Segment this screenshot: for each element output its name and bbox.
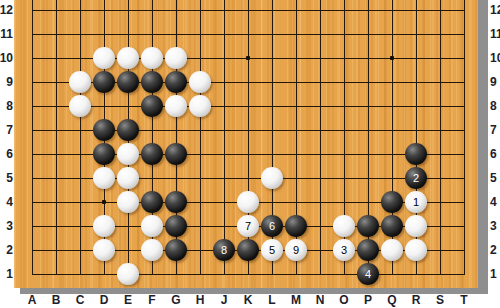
intersection-J6[interactable] <box>212 142 236 166</box>
intersection-G8[interactable] <box>164 94 188 118</box>
intersection-G4[interactable] <box>164 190 188 214</box>
intersection-P1[interactable]: 4 <box>356 262 380 286</box>
intersection-M2[interactable]: 9 <box>284 238 308 262</box>
intersection-S11[interactable] <box>428 22 452 46</box>
intersection-A5[interactable] <box>20 166 44 190</box>
intersection-G2[interactable] <box>164 238 188 262</box>
intersection-A1[interactable] <box>20 262 44 286</box>
intersection-L9[interactable] <box>260 70 284 94</box>
intersection-E9[interactable] <box>116 70 140 94</box>
intersection-O7[interactable] <box>332 118 356 142</box>
stone-white-O2: 3 <box>333 239 355 261</box>
intersection-O11[interactable] <box>332 22 356 46</box>
intersection-K11[interactable] <box>236 22 260 46</box>
intersection-S9[interactable] <box>428 70 452 94</box>
intersection-T1[interactable] <box>452 262 476 286</box>
intersection-A7[interactable] <box>20 118 44 142</box>
intersection-R4[interactable]: 1 <box>404 190 428 214</box>
intersection-S8[interactable] <box>428 94 452 118</box>
intersection-R1[interactable] <box>404 262 428 286</box>
stone-black-F6 <box>141 143 163 165</box>
intersection-E1[interactable] <box>116 262 140 286</box>
intersection-O1[interactable] <box>332 262 356 286</box>
star-point-K10 <box>246 56 250 60</box>
intersection-C5[interactable] <box>68 166 92 190</box>
intersection-K12[interactable] <box>236 0 260 22</box>
intersection-G10[interactable] <box>164 46 188 70</box>
intersection-K10[interactable] <box>236 46 260 70</box>
intersection-F12[interactable] <box>140 0 164 22</box>
intersection-M5[interactable] <box>284 166 308 190</box>
intersection-Q12[interactable] <box>380 0 404 22</box>
intersection-O6[interactable] <box>332 142 356 166</box>
stone-white-K3: 7 <box>237 215 259 237</box>
stone-white-F3 <box>141 215 163 237</box>
stone-white-H8 <box>189 95 211 117</box>
intersection-Q10[interactable] <box>380 46 404 70</box>
intersection-F7[interactable] <box>140 118 164 142</box>
intersection-J11[interactable] <box>212 22 236 46</box>
intersection-K9[interactable] <box>236 70 260 94</box>
intersection-Q1[interactable] <box>380 262 404 286</box>
intersection-K8[interactable] <box>236 94 260 118</box>
intersection-D10[interactable] <box>92 46 116 70</box>
stone-black-G4 <box>165 191 187 213</box>
intersection-M10[interactable] <box>284 46 308 70</box>
intersection-E11[interactable] <box>116 22 140 46</box>
row-label-right-8: 8 <box>490 99 500 113</box>
intersection-K6[interactable] <box>236 142 260 166</box>
intersection-T10[interactable] <box>452 46 476 70</box>
intersection-G11[interactable] <box>164 22 188 46</box>
intersection-R2[interactable] <box>404 238 428 262</box>
intersection-S1[interactable] <box>428 262 452 286</box>
intersection-H1[interactable] <box>188 262 212 286</box>
intersection-K2[interactable] <box>236 238 260 262</box>
intersection-C1[interactable] <box>68 262 92 286</box>
intersection-A4[interactable] <box>20 190 44 214</box>
intersection-A12[interactable] <box>20 0 44 22</box>
intersection-H11[interactable] <box>188 22 212 46</box>
intersection-G9[interactable] <box>164 70 188 94</box>
intersection-Q3[interactable] <box>380 214 404 238</box>
stone-black-G3 <box>165 215 187 237</box>
intersection-R8[interactable] <box>404 94 428 118</box>
intersection-F9[interactable] <box>140 70 164 94</box>
intersection-C8[interactable] <box>68 94 92 118</box>
intersection-T12[interactable] <box>452 0 476 22</box>
intersection-N12[interactable] <box>308 0 332 22</box>
row-label-left-1: 1 <box>0 267 13 281</box>
intersection-E7[interactable] <box>116 118 140 142</box>
intersection-F10[interactable] <box>140 46 164 70</box>
intersection-R6[interactable] <box>404 142 428 166</box>
stone-white-Q2 <box>381 239 403 261</box>
board-grid: 217685934 <box>20 0 476 286</box>
intersection-K7[interactable] <box>236 118 260 142</box>
stone-black-D6 <box>93 143 115 165</box>
intersection-N6[interactable] <box>308 142 332 166</box>
stone-white-G8 <box>165 95 187 117</box>
intersection-O4[interactable] <box>332 190 356 214</box>
intersection-O9[interactable] <box>332 70 356 94</box>
row-label-left-4: 4 <box>0 195 13 209</box>
intersection-J4[interactable] <box>212 190 236 214</box>
intersection-F4[interactable] <box>140 190 164 214</box>
intersection-B2[interactable] <box>44 238 68 262</box>
intersection-Q9[interactable] <box>380 70 404 94</box>
intersection-H5[interactable] <box>188 166 212 190</box>
intersection-C10[interactable] <box>68 46 92 70</box>
intersection-T11[interactable] <box>452 22 476 46</box>
stone-black-G9 <box>165 71 187 93</box>
row-label-right-4: 4 <box>490 195 500 209</box>
intersection-A10[interactable] <box>20 46 44 70</box>
col-label-C: C <box>72 293 88 307</box>
intersection-J5[interactable] <box>212 166 236 190</box>
intersection-N11[interactable] <box>308 22 332 46</box>
intersection-H6[interactable] <box>188 142 212 166</box>
intersection-E12[interactable] <box>116 0 140 22</box>
intersection-R3[interactable] <box>404 214 428 238</box>
intersection-Q6[interactable] <box>380 142 404 166</box>
intersection-S10[interactable] <box>428 46 452 70</box>
intersection-F3[interactable] <box>140 214 164 238</box>
intersection-M1[interactable] <box>284 262 308 286</box>
go-diagram: 217685934 121211111010998877665544332211… <box>0 0 500 308</box>
intersection-T3[interactable] <box>452 214 476 238</box>
intersection-M7[interactable] <box>284 118 308 142</box>
intersection-T2[interactable] <box>452 238 476 262</box>
intersection-P3[interactable] <box>356 214 380 238</box>
row-label-right-7: 7 <box>490 123 500 137</box>
intersection-B4[interactable] <box>44 190 68 214</box>
intersection-P7[interactable] <box>356 118 380 142</box>
intersection-H3[interactable] <box>188 214 212 238</box>
intersection-J1[interactable] <box>212 262 236 286</box>
intersection-N3[interactable] <box>308 214 332 238</box>
intersection-L11[interactable] <box>260 22 284 46</box>
intersection-H2[interactable] <box>188 238 212 262</box>
intersection-P11[interactable] <box>356 22 380 46</box>
intersection-Q8[interactable] <box>380 94 404 118</box>
intersection-A8[interactable] <box>20 94 44 118</box>
intersection-A2[interactable] <box>20 238 44 262</box>
stone-white-C9 <box>69 71 91 93</box>
stone-black-Q3 <box>381 215 403 237</box>
intersection-F2[interactable] <box>140 238 164 262</box>
intersection-K5[interactable] <box>236 166 260 190</box>
intersection-C12[interactable] <box>68 0 92 22</box>
intersection-R7[interactable] <box>404 118 428 142</box>
intersection-P5[interactable] <box>356 166 380 190</box>
intersection-A11[interactable] <box>20 22 44 46</box>
col-label-P: P <box>360 293 376 307</box>
intersection-T6[interactable] <box>452 142 476 166</box>
intersection-C11[interactable] <box>68 22 92 46</box>
col-label-B: B <box>48 293 64 307</box>
stone-white-K4 <box>237 191 259 213</box>
intersection-T8[interactable] <box>452 94 476 118</box>
intersection-P4[interactable] <box>356 190 380 214</box>
intersection-G1[interactable] <box>164 262 188 286</box>
intersection-Q5[interactable] <box>380 166 404 190</box>
col-label-R: R <box>408 293 424 307</box>
intersection-G12[interactable] <box>164 0 188 22</box>
intersection-C9[interactable] <box>68 70 92 94</box>
col-label-M: M <box>288 293 304 307</box>
intersection-L1[interactable] <box>260 262 284 286</box>
col-label-H: H <box>192 293 208 307</box>
stone-black-F4 <box>141 191 163 213</box>
row-label-right-6: 6 <box>490 147 500 161</box>
move-number-label: 6 <box>261 215 283 237</box>
intersection-P8[interactable] <box>356 94 380 118</box>
stone-black-F9 <box>141 71 163 93</box>
intersection-C4[interactable] <box>68 190 92 214</box>
intersection-S12[interactable] <box>428 0 452 22</box>
intersection-F11[interactable] <box>140 22 164 46</box>
intersection-L6[interactable] <box>260 142 284 166</box>
intersection-B1[interactable] <box>44 262 68 286</box>
intersection-E10[interactable] <box>116 46 140 70</box>
intersection-T7[interactable] <box>452 118 476 142</box>
intersection-C3[interactable] <box>68 214 92 238</box>
intersection-L3[interactable]: 6 <box>260 214 284 238</box>
stone-white-F2 <box>141 239 163 261</box>
intersection-C2[interactable] <box>68 238 92 262</box>
move-number-label: 3 <box>333 239 355 261</box>
intersection-S2[interactable] <box>428 238 452 262</box>
intersection-M4[interactable] <box>284 190 308 214</box>
stone-black-P2 <box>357 239 379 261</box>
row-label-left-10: 10 <box>0 51 13 65</box>
intersection-Q11[interactable] <box>380 22 404 46</box>
intersection-N10[interactable] <box>308 46 332 70</box>
intersection-J10[interactable] <box>212 46 236 70</box>
intersection-G7[interactable] <box>164 118 188 142</box>
intersection-O2[interactable]: 3 <box>332 238 356 262</box>
intersection-O3[interactable] <box>332 214 356 238</box>
move-number-label: 7 <box>237 215 259 237</box>
row-label-left-2: 2 <box>0 243 13 257</box>
row-label-right-12: 12 <box>490 3 500 17</box>
intersection-O10[interactable] <box>332 46 356 70</box>
intersection-H7[interactable] <box>188 118 212 142</box>
intersection-D2[interactable] <box>92 238 116 262</box>
intersection-K1[interactable] <box>236 262 260 286</box>
intersection-K3[interactable]: 7 <box>236 214 260 238</box>
row-label-right-2: 2 <box>490 243 500 257</box>
intersection-L2[interactable]: 5 <box>260 238 284 262</box>
intersection-C6[interactable] <box>68 142 92 166</box>
intersection-D4[interactable] <box>92 190 116 214</box>
intersection-M9[interactable] <box>284 70 308 94</box>
intersection-L8[interactable] <box>260 94 284 118</box>
intersection-F1[interactable] <box>140 262 164 286</box>
intersection-G3[interactable] <box>164 214 188 238</box>
intersection-R5[interactable]: 2 <box>404 166 428 190</box>
col-label-F: F <box>144 293 160 307</box>
stone-white-D5 <box>93 167 115 189</box>
intersection-B10[interactable] <box>44 46 68 70</box>
stone-black-L3: 6 <box>261 215 283 237</box>
intersection-P10[interactable] <box>356 46 380 70</box>
intersection-J7[interactable] <box>212 118 236 142</box>
intersection-T4[interactable] <box>452 190 476 214</box>
row-label-left-5: 5 <box>0 171 13 185</box>
stone-black-R5: 2 <box>405 167 427 189</box>
col-label-A: A <box>24 293 40 307</box>
intersection-P12[interactable] <box>356 0 380 22</box>
intersection-F5[interactable] <box>140 166 164 190</box>
intersection-B6[interactable] <box>44 142 68 166</box>
intersection-G6[interactable] <box>164 142 188 166</box>
intersection-A9[interactable] <box>20 70 44 94</box>
intersection-L4[interactable] <box>260 190 284 214</box>
stone-white-E10 <box>117 47 139 69</box>
intersection-Q7[interactable] <box>380 118 404 142</box>
intersection-A6[interactable] <box>20 142 44 166</box>
intersection-E6[interactable] <box>116 142 140 166</box>
intersection-B8[interactable] <box>44 94 68 118</box>
stone-black-P1: 4 <box>357 263 379 285</box>
intersection-J3[interactable] <box>212 214 236 238</box>
intersection-P2[interactable] <box>356 238 380 262</box>
intersection-S6[interactable] <box>428 142 452 166</box>
intersection-M3[interactable] <box>284 214 308 238</box>
intersection-D11[interactable] <box>92 22 116 46</box>
intersection-N2[interactable] <box>308 238 332 262</box>
intersection-G5[interactable] <box>164 166 188 190</box>
intersection-E3[interactable] <box>116 214 140 238</box>
intersection-N1[interactable] <box>308 262 332 286</box>
stone-white-L2: 5 <box>261 239 283 261</box>
stone-black-K2 <box>237 239 259 261</box>
intersection-R9[interactable] <box>404 70 428 94</box>
intersection-H4[interactable] <box>188 190 212 214</box>
intersection-S5[interactable] <box>428 166 452 190</box>
intersection-O8[interactable] <box>332 94 356 118</box>
stone-white-D3 <box>93 215 115 237</box>
intersection-H10[interactable] <box>188 46 212 70</box>
intersection-F6[interactable] <box>140 142 164 166</box>
intersection-J2[interactable]: 8 <box>212 238 236 262</box>
intersection-R12[interactable] <box>404 0 428 22</box>
intersection-N8[interactable] <box>308 94 332 118</box>
intersection-H9[interactable] <box>188 70 212 94</box>
intersection-O5[interactable] <box>332 166 356 190</box>
intersection-C7[interactable] <box>68 118 92 142</box>
intersection-P6[interactable] <box>356 142 380 166</box>
stone-black-D7 <box>93 119 115 141</box>
intersection-Q2[interactable] <box>380 238 404 262</box>
stone-black-P3 <box>357 215 379 237</box>
intersection-E8[interactable] <box>116 94 140 118</box>
intersection-A3[interactable] <box>20 214 44 238</box>
intersection-D9[interactable] <box>92 70 116 94</box>
intersection-J12[interactable] <box>212 0 236 22</box>
intersection-N9[interactable] <box>308 70 332 94</box>
stone-black-F8 <box>141 95 163 117</box>
intersection-N7[interactable] <box>308 118 332 142</box>
intersection-M11[interactable] <box>284 22 308 46</box>
stone-white-R3 <box>405 215 427 237</box>
intersection-B11[interactable] <box>44 22 68 46</box>
intersection-Q4[interactable] <box>380 190 404 214</box>
intersection-H8[interactable] <box>188 94 212 118</box>
intersection-L7[interactable] <box>260 118 284 142</box>
intersection-E5[interactable] <box>116 166 140 190</box>
move-number-label: 4 <box>357 263 379 285</box>
move-number-label: 5 <box>261 239 283 261</box>
intersection-S4[interactable] <box>428 190 452 214</box>
intersection-E2[interactable] <box>116 238 140 262</box>
star-point-D4 <box>102 200 106 204</box>
stone-white-C8 <box>69 95 91 117</box>
intersection-B5[interactable] <box>44 166 68 190</box>
intersection-B9[interactable] <box>44 70 68 94</box>
intersection-S3[interactable] <box>428 214 452 238</box>
intersection-N4[interactable] <box>308 190 332 214</box>
intersection-D1[interactable] <box>92 262 116 286</box>
row-label-left-9: 9 <box>0 75 13 89</box>
row-label-right-10: 10 <box>490 51 500 65</box>
intersection-E4[interactable] <box>116 190 140 214</box>
intersection-M8[interactable] <box>284 94 308 118</box>
intersection-P9[interactable] <box>356 70 380 94</box>
col-label-N: N <box>312 293 328 307</box>
intersection-O12[interactable] <box>332 0 356 22</box>
intersection-L12[interactable] <box>260 0 284 22</box>
intersection-B12[interactable] <box>44 0 68 22</box>
intersection-R11[interactable] <box>404 22 428 46</box>
intersection-D8[interactable] <box>92 94 116 118</box>
intersection-N5[interactable] <box>308 166 332 190</box>
intersection-F8[interactable] <box>140 94 164 118</box>
move-number-label: 1 <box>405 191 427 213</box>
intersection-H12[interactable] <box>188 0 212 22</box>
stone-white-G10 <box>165 47 187 69</box>
intersection-J9[interactable] <box>212 70 236 94</box>
intersection-D7[interactable] <box>92 118 116 142</box>
stone-black-J2: 8 <box>213 239 235 261</box>
intersection-D6[interactable] <box>92 142 116 166</box>
intersection-T9[interactable] <box>452 70 476 94</box>
intersection-L5[interactable] <box>260 166 284 190</box>
col-label-L: L <box>264 293 280 307</box>
intersection-B7[interactable] <box>44 118 68 142</box>
intersection-B3[interactable] <box>44 214 68 238</box>
intersection-J8[interactable] <box>212 94 236 118</box>
intersection-M12[interactable] <box>284 0 308 22</box>
intersection-S7[interactable] <box>428 118 452 142</box>
intersection-M6[interactable] <box>284 142 308 166</box>
intersection-L10[interactable] <box>260 46 284 70</box>
col-label-Q: Q <box>384 293 400 307</box>
row-label-right-11: 11 <box>490 27 500 41</box>
star-point-Q10 <box>390 56 394 60</box>
intersection-D5[interactable] <box>92 166 116 190</box>
stone-black-G2 <box>165 239 187 261</box>
intersection-D12[interactable] <box>92 0 116 22</box>
row-label-left-8: 8 <box>0 99 13 113</box>
intersection-K4[interactable] <box>236 190 260 214</box>
intersection-R10[interactable] <box>404 46 428 70</box>
intersection-T5[interactable] <box>452 166 476 190</box>
intersection-D3[interactable] <box>92 214 116 238</box>
stone-white-H9 <box>189 71 211 93</box>
